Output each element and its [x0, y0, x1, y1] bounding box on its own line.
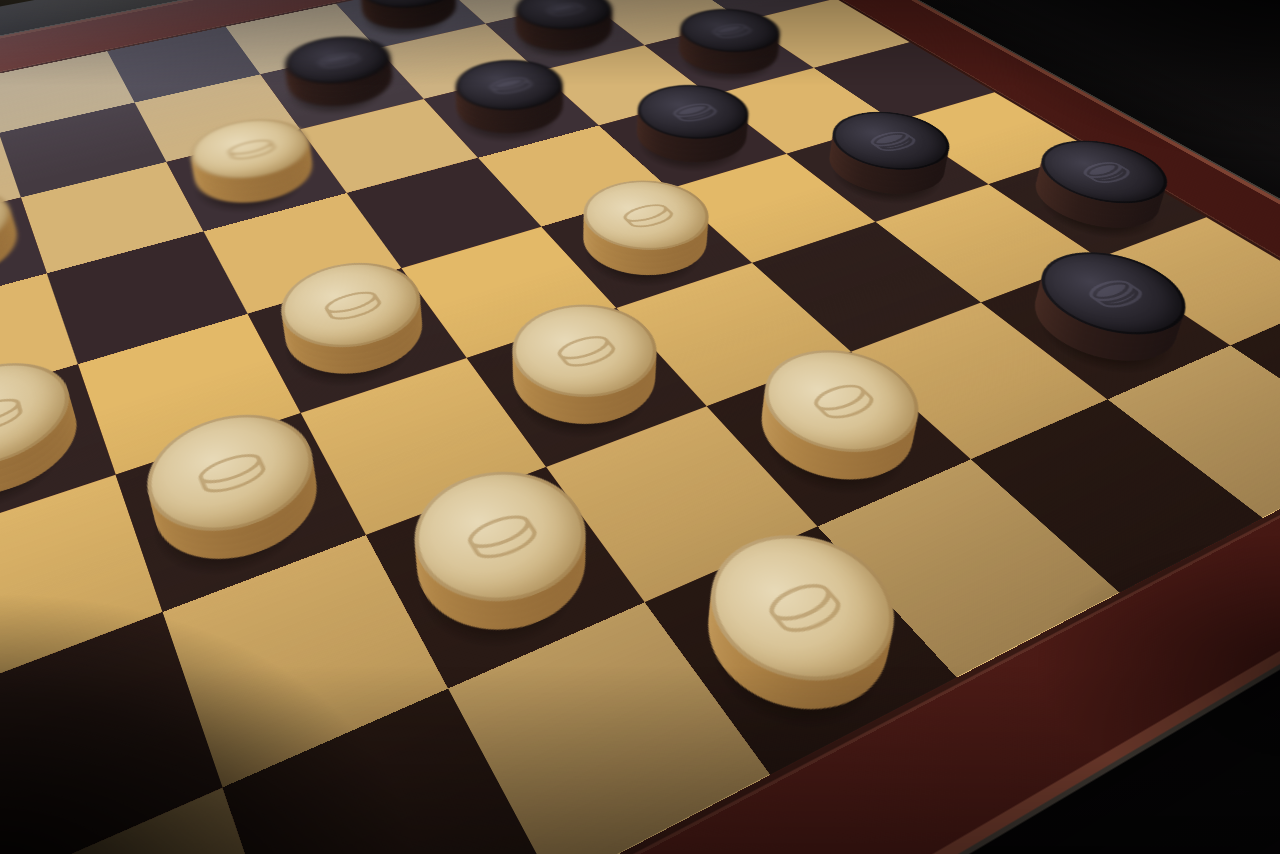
black-checker-glyph: ⛂	[658, 94, 729, 129]
white-checker-glyph: ⛀	[185, 433, 277, 509]
black-checker[interactable]: ⛂	[1005, 270, 1205, 383]
checkers-board-frame: ⛂⛂⛂⛂⛀⛀⛂⛂⛂⛀⛀⛀⛂⛀⛀⛂⛀⛀⛂⛀	[0, 0, 1280, 854]
black-checker-glyph: ⛂	[380, 0, 435, 1]
white-checker-glyph: ⛀	[607, 192, 687, 238]
black-checker-glyph: ⛂	[1062, 151, 1146, 192]
black-checker[interactable]: ⛂	[806, 131, 968, 211]
black-checker-glyph: ⛂	[534, 0, 593, 22]
white-checker-glyph: ⛀	[311, 276, 392, 331]
white-checker-glyph: ⛀	[449, 492, 554, 577]
white-checker-glyph: ⛀	[218, 129, 284, 168]
white-checker[interactable]: ⛀	[732, 367, 943, 507]
checkers-photo-scene: ⛂⛂⛂⛂⛀⛀⛂⛂⛂⛀⛀⛀⛂⛀⛀⛂⛀⛀⛂⛀	[0, 0, 1280, 854]
black-checker-glyph: ⛂	[1065, 265, 1162, 319]
white-checker-glyph: ⛀	[791, 366, 892, 433]
white-checker[interactable]: ⛀	[269, 281, 444, 397]
black-checker-glyph: ⛂	[308, 44, 368, 75]
black-checker-glyph: ⛂	[477, 68, 542, 101]
black-checker-glyph: ⛂	[698, 16, 762, 44]
white-checker[interactable]: ⛀	[184, 138, 328, 220]
white-checker-glyph: ⛀	[540, 319, 630, 380]
black-checker-glyph: ⛂	[852, 121, 929, 159]
checkers-board-grid: ⛂⛂⛂⛂⛀⛀⛂⛂⛂⛀⛀⛀⛂⛀⛀⛂⛀⛀⛂⛀	[0, 0, 1280, 854]
white-checker[interactable]: ⛀	[562, 199, 731, 294]
white-checker-glyph: ⛀	[743, 558, 863, 654]
square-r5c3[interactable]: ⛀	[467, 308, 707, 467]
square-r3c1[interactable]	[47, 231, 248, 364]
white-checker-glyph: ⛀	[0, 380, 30, 449]
